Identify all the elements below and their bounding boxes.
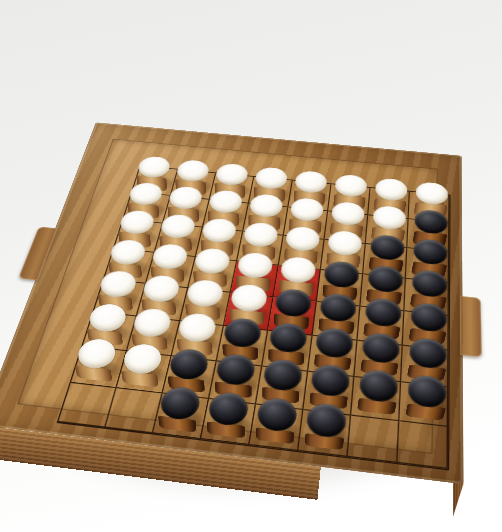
tray-handle-right — [460, 296, 482, 357]
product-photo-scene — [0, 0, 502, 532]
black-peg — [351, 377, 400, 420]
board-cell — [399, 382, 448, 427]
board-cell — [153, 394, 209, 440]
board-cell — [58, 383, 116, 428]
black-peg — [298, 410, 349, 456]
othello-board — [57, 165, 451, 470]
wooden-othello-tray — [0, 122, 463, 484]
black-peg — [153, 394, 208, 438]
board-cell — [348, 416, 400, 463]
board-cell — [201, 399, 256, 445]
board-cell — [298, 410, 351, 457]
black-peg — [250, 405, 302, 450]
black-peg — [201, 399, 255, 444]
board-cell — [116, 351, 171, 393]
board-cell — [249, 405, 303, 451]
board-cell — [397, 421, 448, 469]
black-peg — [399, 382, 447, 425]
board-cell — [351, 377, 401, 421]
